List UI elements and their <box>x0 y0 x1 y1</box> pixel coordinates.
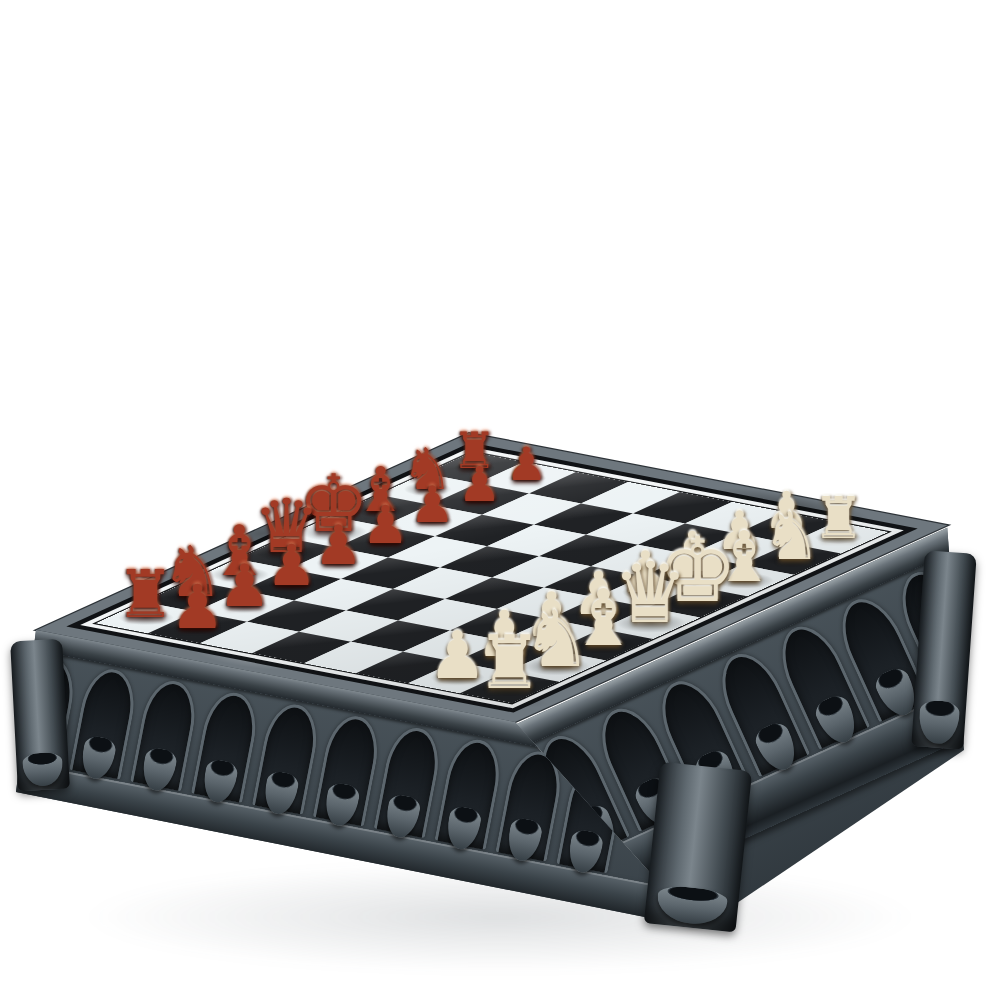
piece-black-red-pawn-f7[interactable]: ♟ <box>410 479 455 529</box>
piece-black-red-rook-a8[interactable]: ♜ <box>116 562 175 628</box>
arch-niche <box>130 676 201 791</box>
corner-pillar <box>644 762 752 933</box>
capture-cup <box>655 884 728 927</box>
chess-set-photo: ♜♞♝♛♚♝♞♜♟♟♟♟♟♟♟♟♟♟♟♟♟♟♟♟♜♞♝♛♚♝♞♜ <box>0 0 1000 1000</box>
capture-cup <box>918 699 960 745</box>
capture-cup <box>991 610 1000 667</box>
capture-cup <box>22 752 63 787</box>
piece-black-red-pawn-a7[interactable]: ♟ <box>170 577 224 638</box>
arch-niche <box>434 735 505 850</box>
arch-niche <box>313 712 384 827</box>
left-end-pillar <box>10 639 70 792</box>
arch-niche <box>374 723 445 838</box>
piece-white-ivory-rook-a1[interactable]: ♜ <box>476 625 542 699</box>
piece-black-red-pawn-c7[interactable]: ♟ <box>266 538 317 595</box>
piece-black-red-pawn-b7[interactable]: ♟ <box>218 557 271 616</box>
piece-black-red-pawn-e7[interactable]: ♟ <box>362 499 409 551</box>
piece-black-red-pawn-g7[interactable]: ♟ <box>458 460 501 508</box>
arch-niche <box>191 688 262 803</box>
piece-black-red-pawn-d7[interactable]: ♟ <box>314 518 363 572</box>
piece-black-red-pawn-h7[interactable]: ♟ <box>506 440 547 486</box>
arch-niche <box>69 665 140 780</box>
arch-niche <box>252 700 323 815</box>
